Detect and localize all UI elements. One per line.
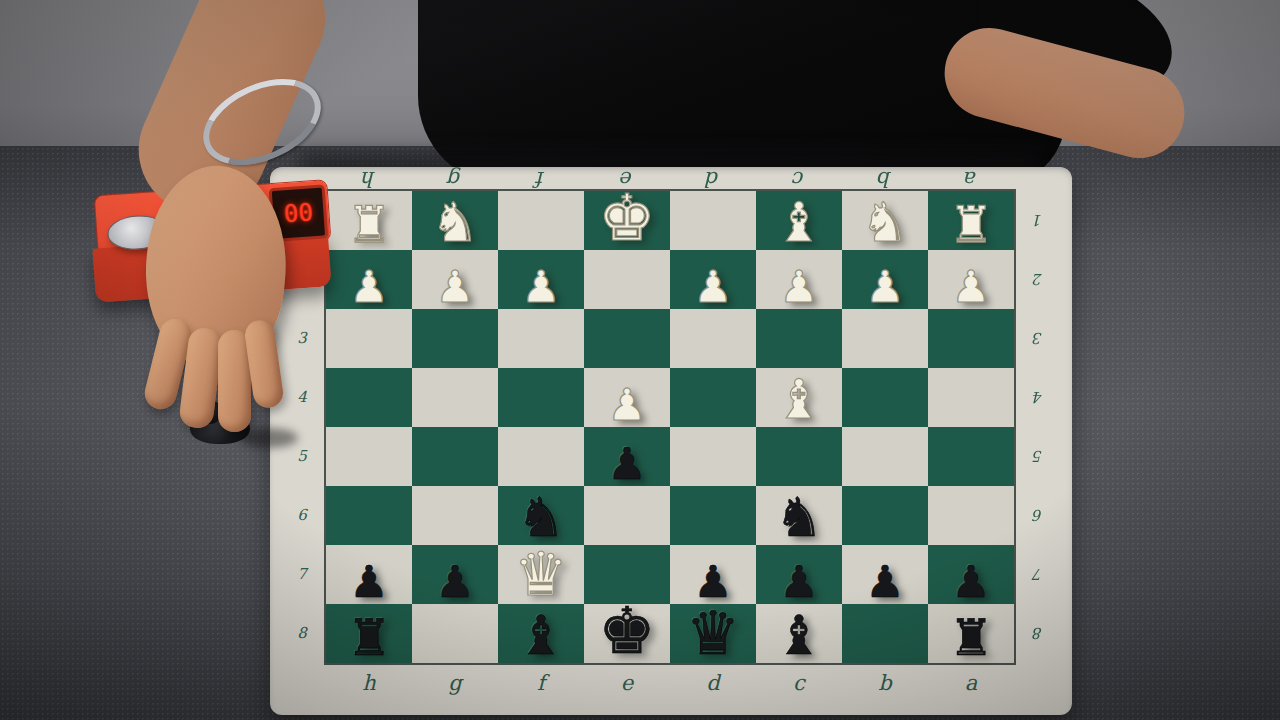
- square-f3[interactable]: [498, 309, 584, 368]
- square-c7[interactable]: ♟: [756, 545, 842, 604]
- square-g7[interactable]: ♟: [412, 545, 498, 604]
- square-a4[interactable]: [928, 368, 1014, 427]
- rank-label-right-4: 4: [1018, 388, 1058, 406]
- square-f4[interactable]: [498, 368, 584, 427]
- square-f2[interactable]: ♟: [498, 250, 584, 309]
- piece-black-king-e8[interactable]: ♚: [584, 599, 670, 663]
- rank-label-right-3: 3: [1018, 329, 1058, 347]
- square-a7[interactable]: ♟: [928, 545, 1014, 604]
- square-b2[interactable]: ♟: [842, 250, 928, 309]
- square-h5[interactable]: [326, 427, 412, 486]
- rank-label-left-8: 8: [282, 624, 322, 642]
- square-e8[interactable]: ♚: [584, 604, 670, 663]
- square-d8[interactable]: ♛: [670, 604, 756, 663]
- rank-label-left-3: 3: [282, 329, 322, 347]
- square-b7[interactable]: ♟: [842, 545, 928, 604]
- square-a3[interactable]: [928, 309, 1014, 368]
- piece-white-queen-f7[interactable]: ♛: [498, 544, 584, 604]
- file-label-bottom-e: e: [584, 671, 670, 695]
- file-label-bottom-a: a: [928, 671, 1014, 695]
- square-e1[interactable]: ♚: [584, 191, 670, 250]
- square-h3[interactable]: [326, 309, 412, 368]
- square-f6[interactable]: ♞: [498, 486, 584, 545]
- file-label-bottom-g: g: [412, 671, 498, 695]
- square-a1[interactable]: ♜: [928, 191, 1014, 250]
- square-d6[interactable]: [670, 486, 756, 545]
- piece-black-bishop-c8[interactable]: ♝: [756, 609, 842, 663]
- square-b1[interactable]: ♞: [842, 191, 928, 250]
- rank-label-left-4: 4: [282, 388, 322, 406]
- file-label-bottom-f: f: [498, 671, 584, 695]
- square-e5[interactable]: ♟: [584, 427, 670, 486]
- square-h4[interactable]: [326, 368, 412, 427]
- rank-label-right-8: 8: [1018, 624, 1058, 642]
- square-b8[interactable]: [842, 604, 928, 663]
- square-a6[interactable]: [928, 486, 1014, 545]
- file-label-top-f: f: [498, 167, 584, 191]
- square-d5[interactable]: [670, 427, 756, 486]
- square-h8[interactable]: ♜: [326, 604, 412, 663]
- file-label-top-d: d: [670, 167, 756, 191]
- square-g2[interactable]: ♟: [412, 250, 498, 309]
- square-c4[interactable]: ♝: [756, 368, 842, 427]
- piece-black-rook-a8[interactable]: ♜: [928, 613, 1014, 663]
- rank-label-right-1: 1: [1018, 211, 1058, 229]
- square-d2[interactable]: ♟: [670, 250, 756, 309]
- square-d4[interactable]: [670, 368, 756, 427]
- piece-black-pawn-c7[interactable]: ♟: [756, 560, 842, 604]
- square-h6[interactable]: [326, 486, 412, 545]
- piece-black-pawn-e5[interactable]: ♟: [584, 442, 670, 486]
- square-a2[interactable]: ♟: [928, 250, 1014, 309]
- piece-white-rook-a1[interactable]: ♜: [928, 200, 1014, 250]
- piece-black-queen-d8[interactable]: ♛: [670, 603, 756, 663]
- square-d3[interactable]: [670, 309, 756, 368]
- piece-white-king-e1[interactable]: ♚: [584, 186, 670, 250]
- square-g1[interactable]: ♞: [412, 191, 498, 250]
- piece-white-bishop-c4[interactable]: ♝: [756, 373, 842, 427]
- file-label-top-g: g: [412, 167, 498, 191]
- square-b6[interactable]: [842, 486, 928, 545]
- file-label-bottom-c: c: [756, 671, 842, 695]
- rank-label-left-6: 6: [282, 506, 322, 524]
- square-c6[interactable]: ♞: [756, 486, 842, 545]
- square-c3[interactable]: [756, 309, 842, 368]
- rank-label-left-5: 5: [282, 447, 322, 465]
- piece-black-pawn-h7[interactable]: ♟: [326, 560, 412, 604]
- file-label-top-h: h: [326, 167, 412, 191]
- square-b4[interactable]: [842, 368, 928, 427]
- file-label-top-e: e: [584, 167, 670, 191]
- piece-black-pawn-b7[interactable]: ♟: [842, 560, 928, 604]
- file-label-bottom-b: b: [842, 671, 928, 695]
- chess-board-mat: ♜♞♚♝♞♜♟♟♟♟♟♟♟♟♝♟♞♞♟♟♛♟♟♟♟♜♝♚♛♝♜ hhggffee…: [270, 167, 1072, 715]
- square-b3[interactable]: [842, 309, 928, 368]
- square-c2[interactable]: ♟: [756, 250, 842, 309]
- piece-white-knight-g1[interactable]: ♞: [412, 196, 498, 250]
- square-g5[interactable]: [412, 427, 498, 486]
- piece-black-rook-h8[interactable]: ♜: [326, 613, 412, 663]
- piece-white-pawn-b2[interactable]: ♟: [842, 265, 928, 309]
- square-g6[interactable]: [412, 486, 498, 545]
- piece-white-pawn-f2[interactable]: ♟: [498, 265, 584, 309]
- video-frame: ♜♞♚♝♞♜♟♟♟♟♟♟♟♟♝♟♞♞♟♟♛♟♟♟♟♜♝♚♛♝♜ hhggffee…: [0, 0, 1280, 720]
- piece-white-pawn-c2[interactable]: ♟: [756, 265, 842, 309]
- file-label-bottom-d: d: [670, 671, 756, 695]
- square-h7[interactable]: ♟: [326, 545, 412, 604]
- square-c5[interactable]: [756, 427, 842, 486]
- file-label-bottom-h: h: [326, 671, 412, 695]
- rank-label-right-6: 6: [1018, 506, 1058, 524]
- square-f1[interactable]: [498, 191, 584, 250]
- rank-label-right-5: 5: [1018, 447, 1058, 465]
- square-f8[interactable]: ♝: [498, 604, 584, 663]
- piece-black-pawn-a7[interactable]: ♟: [928, 560, 1014, 604]
- square-e6[interactable]: [584, 486, 670, 545]
- square-d1[interactable]: [670, 191, 756, 250]
- piece-black-knight-c6[interactable]: ♞: [756, 491, 842, 545]
- file-label-top-a: a: [928, 167, 1014, 191]
- square-d7[interactable]: ♟: [670, 545, 756, 604]
- piece-white-bishop-c1[interactable]: ♝: [756, 196, 842, 250]
- square-a5[interactable]: [928, 427, 1014, 486]
- rank-label-right-2: 2: [1018, 270, 1058, 288]
- square-e4[interactable]: ♟: [584, 368, 670, 427]
- square-g3[interactable]: [412, 309, 498, 368]
- rank-label-right-7: 7: [1018, 565, 1058, 583]
- piece-white-pawn-e4[interactable]: ♟: [584, 383, 670, 427]
- square-e2[interactable]: [584, 250, 670, 309]
- piece-black-bishop-f8[interactable]: ♝: [498, 609, 584, 663]
- square-g8[interactable]: [412, 604, 498, 663]
- square-e3[interactable]: [584, 309, 670, 368]
- square-a8[interactable]: ♜: [928, 604, 1014, 663]
- piece-white-knight-b1[interactable]: ♞: [842, 196, 928, 250]
- square-c1[interactable]: ♝: [756, 191, 842, 250]
- piece-white-pawn-a2[interactable]: ♟: [928, 265, 1014, 309]
- square-c8[interactable]: ♝: [756, 604, 842, 663]
- square-f5[interactable]: [498, 427, 584, 486]
- square-b5[interactable]: [842, 427, 928, 486]
- rank-label-left-7: 7: [282, 565, 322, 583]
- piece-white-pawn-g2[interactable]: ♟: [412, 265, 498, 309]
- piece-black-knight-f6[interactable]: ♞: [498, 491, 584, 545]
- piece-black-pawn-g7[interactable]: ♟: [412, 560, 498, 604]
- square-g4[interactable]: [412, 368, 498, 427]
- piece-white-pawn-d2[interactable]: ♟: [670, 265, 756, 309]
- file-label-top-c: c: [756, 167, 842, 191]
- square-f7[interactable]: ♛: [498, 545, 584, 604]
- chess-clock-digits: 00: [283, 198, 314, 228]
- board-grid: ♜♞♚♝♞♜♟♟♟♟♟♟♟♟♝♟♞♞♟♟♛♟♟♟♟♜♝♚♛♝♜: [326, 191, 1014, 663]
- file-label-top-b: b: [842, 167, 928, 191]
